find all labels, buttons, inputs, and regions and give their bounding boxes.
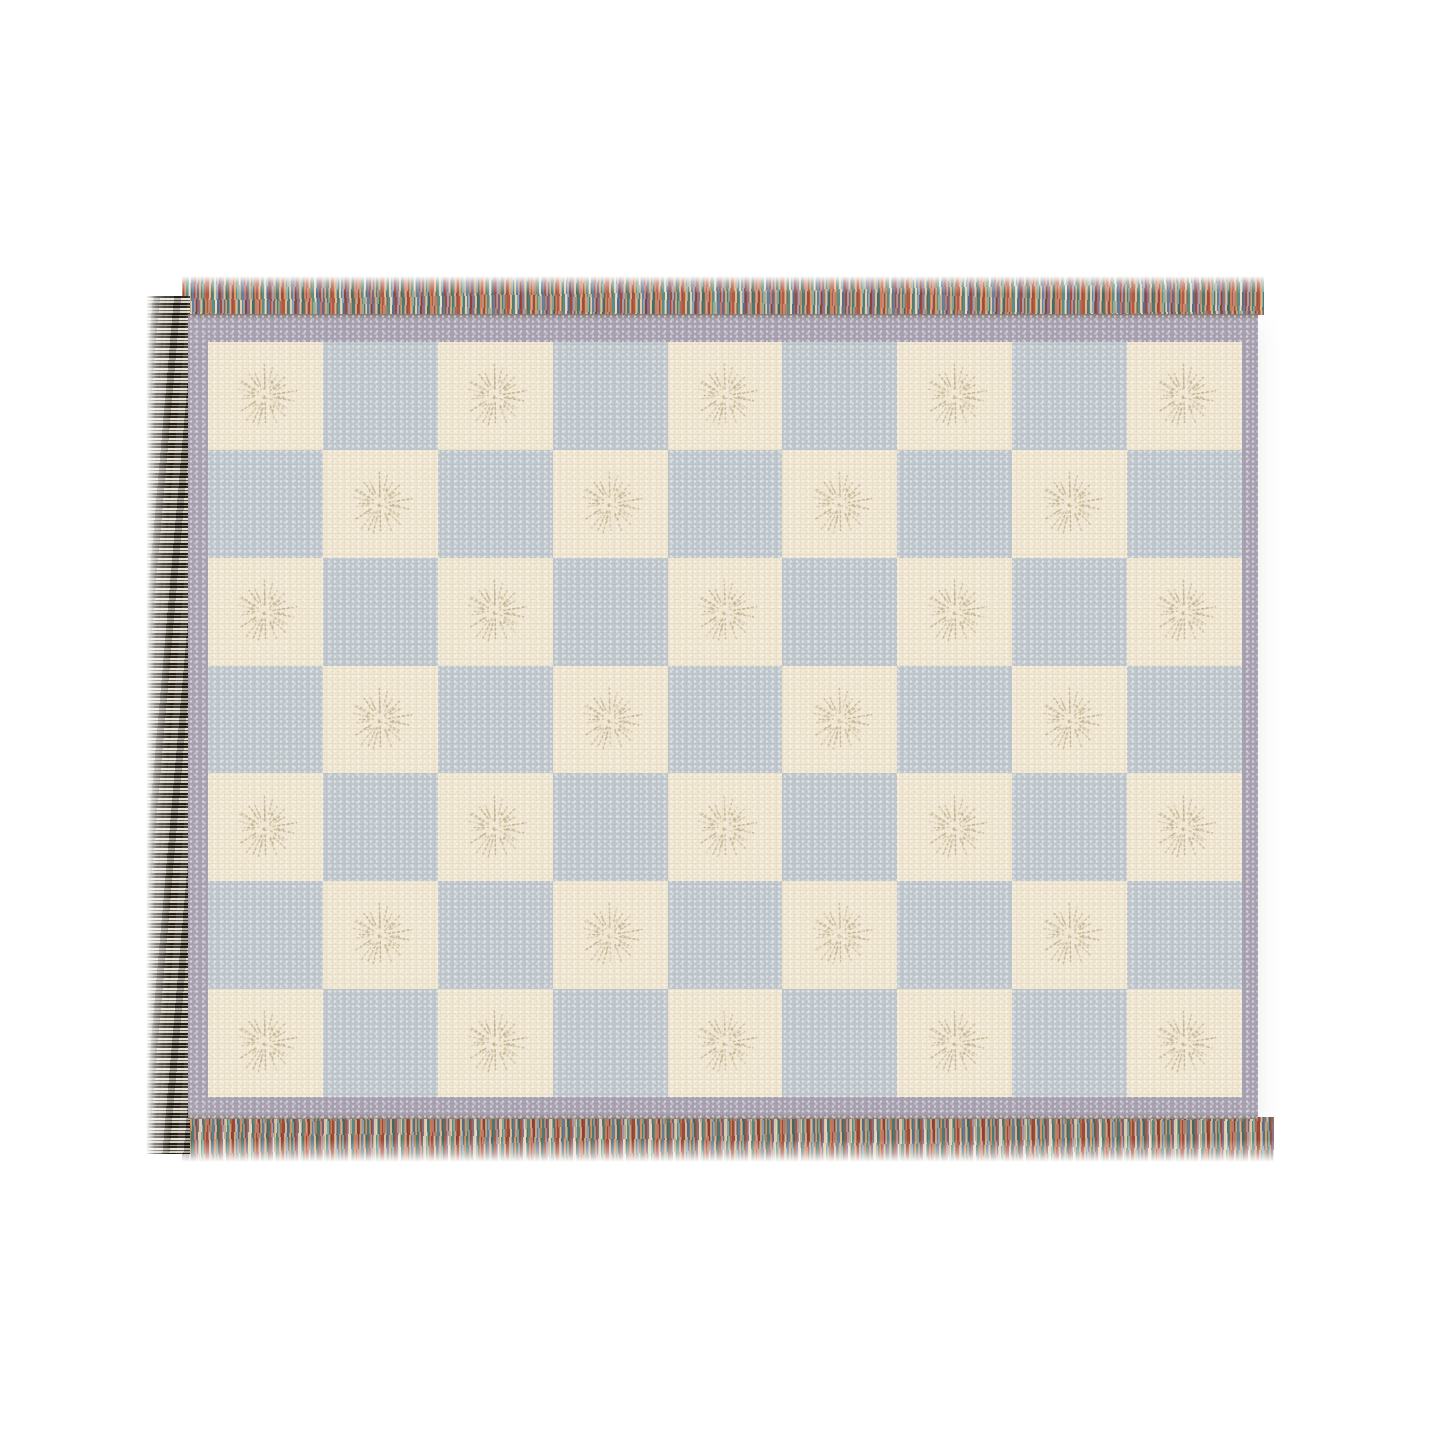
light-square-r6c2 [323, 881, 438, 989]
dark-square-r1c6 [782, 342, 897, 450]
sunburst-motif [456, 357, 534, 435]
light-square-r3c3 [438, 558, 553, 666]
sunburst-motif [1145, 789, 1223, 867]
sunburst-motif [916, 573, 994, 651]
dark-square-r2c1 [208, 450, 323, 558]
sunburst-motif [801, 896, 879, 974]
light-square-r7c1 [208, 989, 323, 1097]
dark-square-r5c2 [323, 773, 438, 881]
light-square-r2c2 [323, 450, 438, 558]
sunburst-motif [226, 1004, 304, 1082]
dark-square-r5c6 [782, 773, 897, 881]
light-square-r1c7 [897, 342, 1012, 450]
sunburst-motif [341, 465, 419, 543]
selvedge-edge-bottom [188, 1114, 1258, 1119]
sunburst-motif [686, 357, 764, 435]
light-square-r1c3 [438, 342, 553, 450]
dark-square-r7c2 [323, 989, 438, 1097]
fringe-left-black-white [146, 296, 190, 1154]
light-square-r7c3 [438, 989, 553, 1097]
fringe-top-multicolor [182, 276, 1264, 315]
light-square-r7c5 [668, 989, 783, 1097]
light-square-r3c5 [668, 558, 783, 666]
dark-square-r7c6 [782, 989, 897, 1097]
sunburst-motif [341, 681, 419, 759]
product-photo-background [0, 0, 1445, 1445]
dark-square-r6c5 [668, 881, 783, 989]
light-square-r5c5 [668, 773, 783, 881]
sunburst-motif [226, 357, 304, 435]
light-square-r5c1 [208, 773, 323, 881]
light-square-r1c9 [1127, 342, 1242, 450]
dark-square-r3c2 [323, 558, 438, 666]
sunburst-motif [916, 789, 994, 867]
sunburst-motif [916, 1004, 994, 1082]
light-square-r6c6 [782, 881, 897, 989]
sunburst-motif [571, 465, 649, 543]
dark-square-r4c1 [208, 666, 323, 774]
sunburst-motif [456, 789, 534, 867]
light-square-r3c9 [1127, 558, 1242, 666]
dark-square-r1c2 [323, 342, 438, 450]
woven-checkerboard-blanket [146, 276, 1315, 1162]
light-square-r5c3 [438, 773, 553, 881]
checkerboard [208, 342, 1242, 1097]
sunburst-motif [686, 789, 764, 867]
dark-square-r3c8 [1012, 558, 1127, 666]
sunburst-motif [1145, 573, 1223, 651]
sunburst-motif [801, 465, 879, 543]
light-square-r4c4 [553, 666, 668, 774]
dark-square-r2c9 [1127, 450, 1242, 558]
sunburst-motif [1145, 357, 1223, 435]
dark-square-r6c9 [1127, 881, 1242, 989]
light-square-r6c8 [1012, 881, 1127, 989]
light-square-r2c8 [1012, 450, 1127, 558]
dark-square-r3c6 [782, 558, 897, 666]
dark-square-r4c5 [668, 666, 783, 774]
dark-square-r1c4 [553, 342, 668, 450]
dark-square-r4c9 [1127, 666, 1242, 774]
sunburst-motif [1145, 1004, 1223, 1082]
dark-square-r2c5 [668, 450, 783, 558]
sunburst-motif [571, 681, 649, 759]
sunburst-motif [1031, 465, 1109, 543]
light-square-r4c2 [323, 666, 438, 774]
sunburst-motif [686, 1004, 764, 1082]
sunburst-motif [571, 896, 649, 974]
light-square-r1c5 [668, 342, 783, 450]
dark-square-r2c3 [438, 450, 553, 558]
fringe-bottom-multicolor [182, 1117, 1274, 1162]
dark-square-r1c8 [1012, 342, 1127, 450]
dark-square-r6c3 [438, 881, 553, 989]
selvedge-edge-top [188, 314, 1258, 319]
sunburst-motif [456, 573, 534, 651]
light-square-r7c7 [897, 989, 1012, 1097]
sunburst-motif [1031, 896, 1109, 974]
dark-square-r5c4 [553, 773, 668, 881]
sunburst-motif [226, 573, 304, 651]
dark-square-r3c4 [553, 558, 668, 666]
light-square-r6c4 [553, 881, 668, 989]
dark-square-r6c1 [208, 881, 323, 989]
dark-square-r5c8 [1012, 773, 1127, 881]
light-square-r2c4 [553, 450, 668, 558]
dark-square-r6c7 [897, 881, 1012, 989]
sunburst-motif [686, 573, 764, 651]
light-square-r3c1 [208, 558, 323, 666]
sunburst-motif [456, 1004, 534, 1082]
sunburst-motif [341, 896, 419, 974]
fringe-right-black-white [1257, 289, 1315, 1159]
dark-square-r4c3 [438, 666, 553, 774]
light-square-r3c7 [897, 558, 1012, 666]
sunburst-motif [1031, 681, 1109, 759]
light-square-r4c6 [782, 666, 897, 774]
light-square-r2c6 [782, 450, 897, 558]
dark-square-r7c8 [1012, 989, 1127, 1097]
light-square-r4c8 [1012, 666, 1127, 774]
sunburst-motif [916, 357, 994, 435]
dark-square-r4c7 [897, 666, 1012, 774]
light-square-r5c9 [1127, 773, 1242, 881]
light-square-r1c1 [208, 342, 323, 450]
sunburst-motif [226, 789, 304, 867]
sunburst-motif [801, 681, 879, 759]
light-square-r5c7 [897, 773, 1012, 881]
blanket-fabric [188, 314, 1258, 1119]
light-square-r7c9 [1127, 989, 1242, 1097]
dark-square-r2c7 [897, 450, 1012, 558]
dark-square-r7c4 [553, 989, 668, 1097]
